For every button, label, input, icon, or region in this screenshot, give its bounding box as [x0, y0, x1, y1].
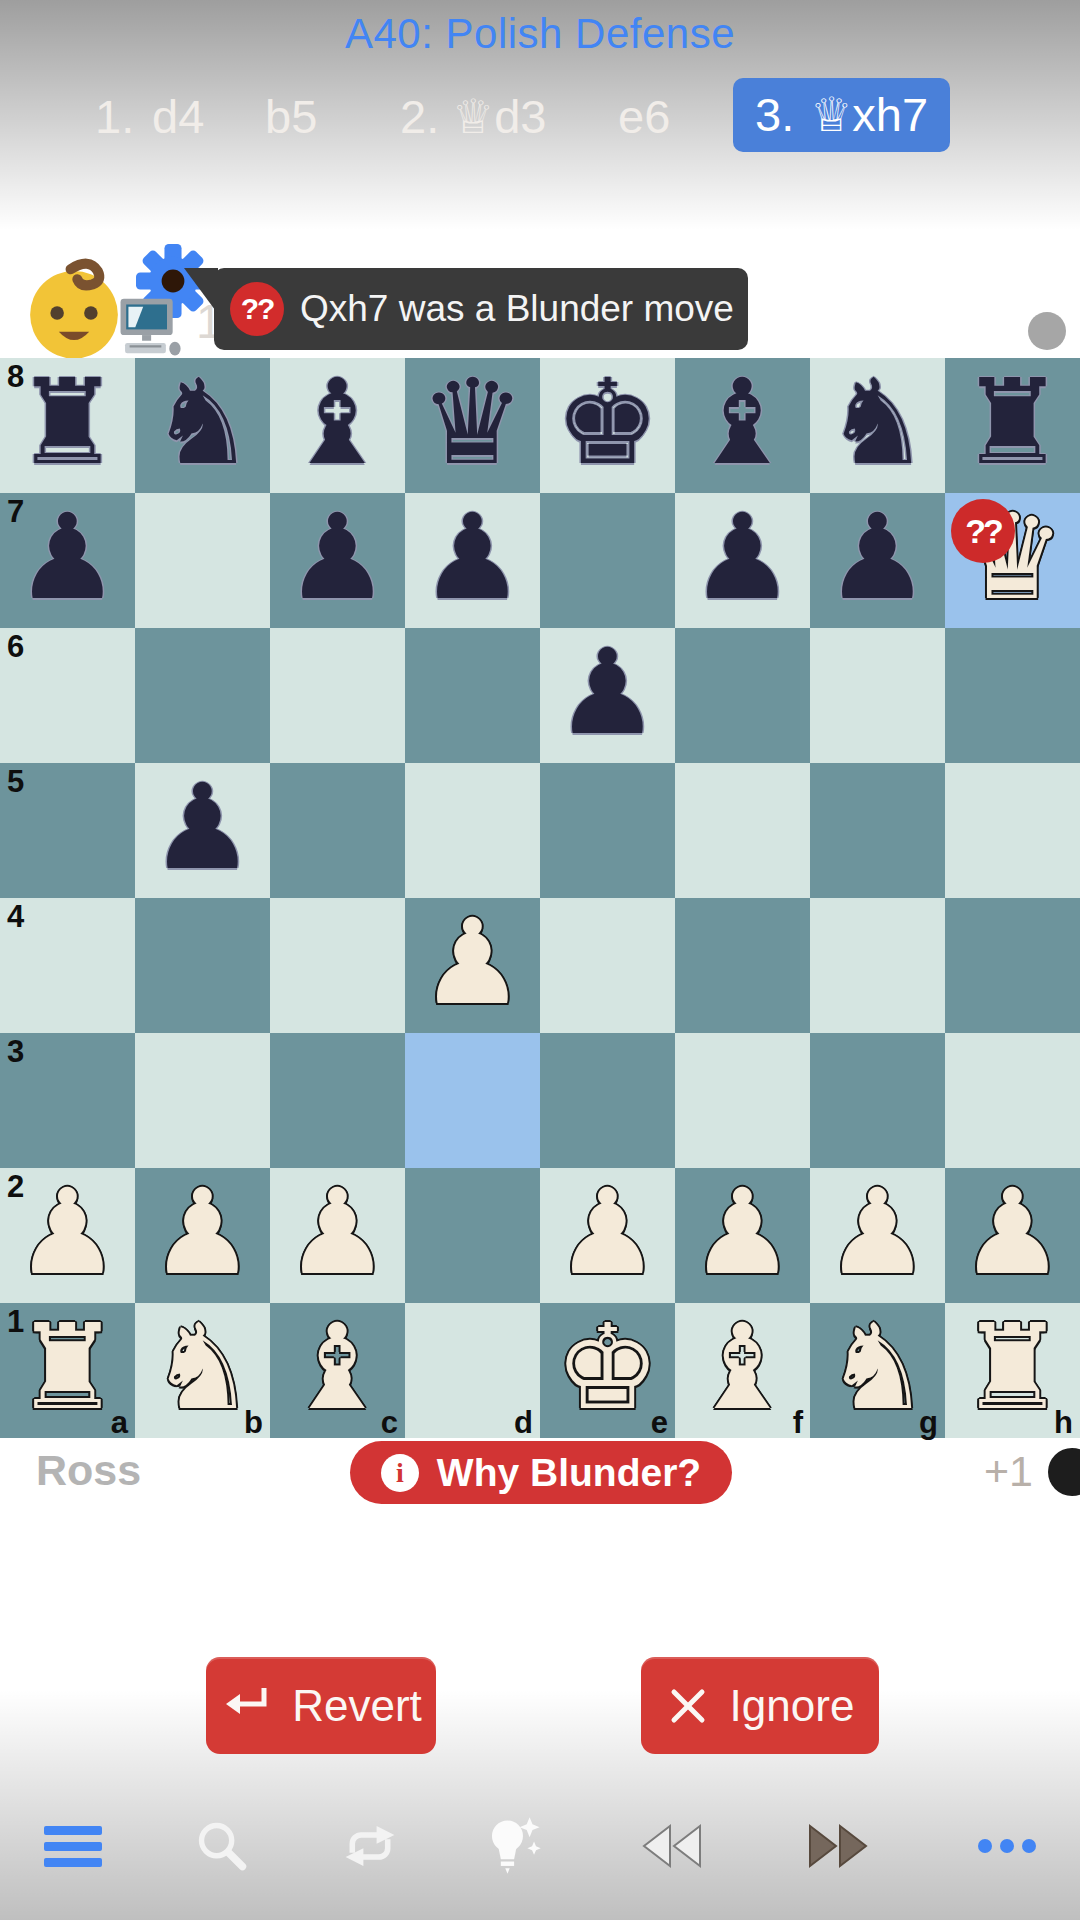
white-piece-h1: ♜	[960, 1308, 1066, 1426]
move-item-6[interactable]: 3.♕xh7	[733, 78, 950, 152]
file-label-h: h	[1054, 1405, 1073, 1441]
square-a6[interactable]: 6	[0, 628, 135, 763]
hamburger-icon	[44, 1826, 102, 1867]
file-label-g: g	[919, 1405, 938, 1441]
square-d2[interactable]	[405, 1168, 540, 1303]
square-d6[interactable]	[405, 628, 540, 763]
black-piece-e6: ♟	[555, 633, 661, 751]
square-b3[interactable]	[135, 1033, 270, 1168]
square-e2[interactable]: ♟	[540, 1168, 675, 1303]
black-piece-b8: ♞	[150, 363, 256, 481]
black-piece-d8: ♛	[420, 363, 526, 481]
square-g7[interactable]: ♟	[810, 493, 945, 628]
square-g6[interactable]	[810, 628, 945, 763]
square-d1[interactable]: d	[405, 1303, 540, 1438]
square-b6[interactable]	[135, 628, 270, 763]
square-b5[interactable]: ♟	[135, 763, 270, 898]
return-arrow-icon	[220, 1684, 272, 1728]
white-piece-e2: ♟	[555, 1173, 661, 1291]
bubble-text: Qxh7 was a Blunder move	[300, 288, 734, 330]
white-piece-f2: ♟	[690, 1173, 796, 1291]
magnifier-icon	[194, 1818, 250, 1874]
move-list: 1.d4b52.♕d3e63.♕xh7	[0, 88, 1080, 158]
square-f8[interactable]: ♝	[675, 358, 810, 493]
search-button[interactable]	[174, 1800, 270, 1892]
square-c8[interactable]: ♝	[270, 358, 405, 493]
file-label-c: c	[381, 1405, 398, 1441]
ignore-button[interactable]: Ignore	[641, 1657, 879, 1754]
white-piece-h2: ♟	[960, 1173, 1066, 1291]
square-f3[interactable]	[675, 1033, 810, 1168]
move-item-2[interactable]: b5	[265, 88, 317, 146]
square-d5[interactable]	[405, 763, 540, 898]
square-f1[interactable]: f♝	[675, 1303, 810, 1438]
blunder-square-badge: ??	[951, 499, 1015, 563]
square-a3[interactable]: 3	[0, 1033, 135, 1168]
square-c5[interactable]	[270, 763, 405, 898]
square-c7[interactable]: ♟	[270, 493, 405, 628]
ellipsis-icon	[978, 1839, 1036, 1853]
black-piece-c8: ♝	[285, 363, 391, 481]
square-b1[interactable]: b♞	[135, 1303, 270, 1438]
move-item-5[interactable]: e6	[618, 88, 670, 146]
square-d4[interactable]: ♟	[405, 898, 540, 1033]
black-piece-a8: ♜	[15, 363, 121, 481]
opening-name: A40: Polish Defense	[0, 10, 1080, 58]
baby-avatar[interactable]	[20, 254, 128, 362]
square-h5[interactable]	[945, 763, 1080, 898]
black-piece-f8: ♝	[690, 363, 796, 481]
square-h3[interactable]	[945, 1033, 1080, 1168]
coach-bubble: ?? Qxh7 was a Blunder move	[214, 268, 748, 350]
computer-icon[interactable]	[116, 296, 184, 356]
x-icon	[666, 1684, 710, 1728]
back-button[interactable]	[624, 1800, 720, 1892]
square-e5[interactable]	[540, 763, 675, 898]
rank-label-3: 3	[7, 1034, 24, 1070]
queen-glyph-icon: ♕	[452, 89, 494, 144]
square-g2[interactable]: ♟	[810, 1168, 945, 1303]
fast-forward-icon	[806, 1822, 870, 1870]
square-g1[interactable]: g♞	[810, 1303, 945, 1438]
status-dot	[1028, 312, 1066, 350]
square-a8[interactable]: 8♜	[0, 358, 135, 493]
square-f5[interactable]	[675, 763, 810, 898]
black-piece-h8: ♜	[960, 363, 1066, 481]
replay-button[interactable]	[322, 1800, 418, 1892]
square-h4[interactable]	[945, 898, 1080, 1033]
white-piece-b2: ♟	[150, 1173, 256, 1291]
square-c3[interactable]	[270, 1033, 405, 1168]
square-c4[interactable]	[270, 898, 405, 1033]
rewind-icon	[640, 1822, 704, 1870]
square-g3[interactable]	[810, 1033, 945, 1168]
square-e6[interactable]: ♟	[540, 628, 675, 763]
square-a2[interactable]: 2♟	[0, 1168, 135, 1303]
square-g5[interactable]	[810, 763, 945, 898]
white-piece-a2: ♟	[15, 1173, 121, 1291]
square-b4[interactable]	[135, 898, 270, 1033]
square-b8[interactable]: ♞	[135, 358, 270, 493]
menu-button[interactable]	[25, 1800, 121, 1892]
square-d8[interactable]: ♛	[405, 358, 540, 493]
black-piece-g7: ♟	[825, 498, 931, 616]
square-h1[interactable]: h♜	[945, 1303, 1080, 1438]
square-e1[interactable]: e♚	[540, 1303, 675, 1438]
square-h6[interactable]	[945, 628, 1080, 763]
white-piece-b1: ♞	[150, 1308, 256, 1426]
square-c2[interactable]: ♟	[270, 1168, 405, 1303]
lightbulb-sparkle-icon	[484, 1815, 542, 1877]
white-piece-g2: ♟	[825, 1173, 931, 1291]
rank-label-6: 6	[7, 629, 24, 665]
square-e8[interactable]: ♚	[540, 358, 675, 493]
square-e7[interactable]	[540, 493, 675, 628]
square-e4[interactable]	[540, 898, 675, 1033]
rank-label-5: 5	[7, 764, 24, 800]
move-item-0[interactable]: 1.	[95, 88, 134, 146]
white-piece-d4: ♟	[420, 903, 526, 1021]
why-blunder-button[interactable]: i Why Blunder?	[350, 1441, 732, 1504]
square-b2[interactable]: ♟	[135, 1168, 270, 1303]
dark-dot	[1048, 1448, 1080, 1496]
black-piece-b5: ♟	[150, 768, 256, 886]
info-icon: i	[381, 1454, 419, 1492]
black-piece-a7: ♟	[15, 498, 121, 616]
player-name: Ross	[36, 1446, 141, 1495]
rank-label-2: 2	[7, 1169, 24, 1205]
square-a1[interactable]: 1a♜	[0, 1303, 135, 1438]
square-d7[interactable]: ♟	[405, 493, 540, 628]
square-h2[interactable]: ♟	[945, 1168, 1080, 1303]
square-g8[interactable]: ♞	[810, 358, 945, 493]
ignore-label: Ignore	[730, 1681, 855, 1731]
why-blunder-label: Why Blunder?	[437, 1451, 701, 1495]
file-label-e: e	[651, 1405, 668, 1441]
move-item-4[interactable]: ♕d3	[452, 88, 546, 146]
white-piece-f1: ♝	[690, 1308, 796, 1426]
black-piece-e8: ♚	[555, 363, 661, 481]
square-f6[interactable]	[675, 628, 810, 763]
square-h8[interactable]: ♜	[945, 358, 1080, 493]
square-h7[interactable]: ♛??	[945, 493, 1080, 628]
square-a5[interactable]: 5	[0, 763, 135, 898]
square-a4[interactable]: 4	[0, 898, 135, 1033]
square-g4[interactable]	[810, 898, 945, 1033]
square-e3[interactable]	[540, 1033, 675, 1168]
black-piece-g8: ♞	[825, 363, 931, 481]
forward-button[interactable]	[790, 1800, 886, 1892]
square-f2[interactable]: ♟	[675, 1168, 810, 1303]
rank-label-8: 8	[7, 359, 24, 395]
revert-button[interactable]: Revert	[206, 1657, 436, 1754]
black-piece-c7: ♟	[285, 498, 391, 616]
square-c1[interactable]: c♝	[270, 1303, 405, 1438]
file-label-b: b	[244, 1405, 263, 1441]
chess-board: 8♜♞♝♛♚♝♞♜7♟♟♟♟♟♛??6♟5♟4♟32♟♟♟♟♟♟♟1a♜b♞c♝…	[0, 358, 1080, 1438]
file-label-a: a	[111, 1405, 128, 1441]
file-label-d: d	[514, 1405, 533, 1441]
white-piece-c2: ♟	[285, 1173, 391, 1291]
white-piece-e1: ♚	[555, 1308, 661, 1426]
queen-glyph-icon: ♕	[810, 87, 852, 142]
square-d3[interactable]	[405, 1033, 540, 1168]
move-item-3[interactable]: 2.	[400, 88, 439, 146]
square-f7[interactable]: ♟	[675, 493, 810, 628]
score-badge: +1	[984, 1447, 1033, 1496]
blunder-badge-icon: ??	[230, 282, 284, 336]
hint-button[interactable]	[465, 1800, 561, 1892]
black-piece-d7: ♟	[420, 498, 526, 616]
square-f4[interactable]	[675, 898, 810, 1033]
repeat-arrows-icon	[339, 1819, 401, 1873]
square-c6[interactable]	[270, 628, 405, 763]
black-piece-f7: ♟	[690, 498, 796, 616]
rank-label-7: 7	[7, 494, 24, 530]
white-piece-g1: ♞	[825, 1308, 931, 1426]
square-b7[interactable]	[135, 493, 270, 628]
rank-label-4: 4	[7, 899, 24, 935]
file-label-f: f	[793, 1405, 803, 1441]
more-button[interactable]	[959, 1800, 1055, 1892]
square-a7[interactable]: 7♟	[0, 493, 135, 628]
rank-label-1: 1	[7, 1304, 24, 1340]
move-number: 3.	[755, 88, 794, 141]
white-piece-c1: ♝	[285, 1308, 391, 1426]
move-item-1[interactable]: d4	[152, 88, 204, 146]
white-piece-a1: ♜	[15, 1308, 121, 1426]
revert-label: Revert	[292, 1681, 422, 1731]
